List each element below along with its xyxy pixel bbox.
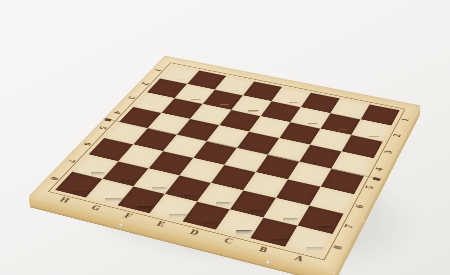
rank-label-left-3: 3 bbox=[115, 92, 148, 104]
white-pawn-icon: ♟ bbox=[354, 108, 383, 140]
screw bbox=[119, 223, 123, 227]
photo-scene: HGFEDCBA1234567812345678♜♞♝♛♚♝♞♜♟♟♟♟♟♟♟♟… bbox=[0, 0, 450, 275]
screw bbox=[266, 260, 270, 265]
white-pawn-icon: ♟ bbox=[263, 89, 291, 121]
white-pawn-icon: ♟ bbox=[149, 67, 176, 97]
white-pawn-icon: ♟ bbox=[293, 95, 322, 127]
black-rook-icon: ♜ bbox=[279, 197, 331, 255]
rank-label-left-4: 4 bbox=[101, 106, 135, 118]
screw bbox=[363, 218, 365, 224]
hinge-mark bbox=[372, 177, 381, 181]
white-pawn-icon: ♟ bbox=[177, 72, 205, 103]
white-pawn-icon: ♟ bbox=[323, 101, 352, 133]
white-pawn-icon: ♟ bbox=[205, 78, 233, 109]
hinge-mark bbox=[104, 118, 112, 122]
white-pawn-icon: ♟ bbox=[234, 83, 262, 114]
